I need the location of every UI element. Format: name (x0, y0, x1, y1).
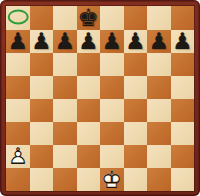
square-e5[interactable] (100, 76, 124, 99)
black-pawn[interactable]: ♟ (53, 30, 77, 53)
square-b5[interactable] (30, 76, 54, 99)
square-b3[interactable] (30, 122, 54, 145)
square-f1[interactable] (124, 168, 148, 191)
square-f6[interactable] (124, 53, 148, 76)
square-a5[interactable] (6, 76, 30, 99)
square-c2[interactable] (53, 145, 77, 168)
square-h8[interactable] (171, 6, 195, 30)
black-pawn[interactable]: ♟ (30, 30, 54, 53)
annotation-circle-a8 (7, 9, 28, 24)
square-h7[interactable]: ♟ (171, 30, 195, 53)
square-a1[interactable] (6, 168, 30, 191)
square-e3[interactable] (100, 122, 124, 145)
square-f3[interactable] (124, 122, 148, 145)
white-pawn[interactable]: ♟♙ (6, 145, 30, 168)
square-d7[interactable]: ♟ (77, 30, 101, 53)
square-e7[interactable]: ♟ (100, 30, 124, 53)
square-f4[interactable] (124, 99, 148, 122)
square-b1[interactable] (30, 168, 54, 191)
chess-board: ♚♟♟♟♟♟♟♟♟♟♙♚♔ (6, 6, 194, 191)
square-d5[interactable] (77, 76, 101, 99)
square-b8[interactable] (30, 6, 54, 30)
square-g2[interactable] (147, 145, 171, 168)
square-d4[interactable] (77, 99, 101, 122)
square-f8[interactable] (124, 6, 148, 30)
square-h5[interactable] (171, 76, 195, 99)
square-b4[interactable] (30, 99, 54, 122)
square-e1[interactable]: ♚♔ (100, 168, 124, 191)
square-g7[interactable]: ♟ (147, 30, 171, 53)
white-pawn-outline: ♙ (6, 145, 30, 168)
white-king[interactable]: ♚♔ (100, 168, 124, 191)
square-f2[interactable] (124, 145, 148, 168)
square-h4[interactable] (171, 99, 195, 122)
square-h3[interactable] (171, 122, 195, 145)
square-b7[interactable]: ♟ (30, 30, 54, 53)
black-king[interactable]: ♚ (77, 6, 101, 30)
black-pawn[interactable]: ♟ (100, 30, 124, 53)
black-pawn[interactable]: ♟ (77, 30, 101, 53)
square-c5[interactable] (53, 76, 77, 99)
square-d1[interactable] (77, 168, 101, 191)
square-h6[interactable] (171, 53, 195, 76)
square-a8[interactable] (6, 6, 30, 30)
black-pawn[interactable]: ♟ (124, 30, 148, 53)
square-e4[interactable] (100, 99, 124, 122)
square-d2[interactable] (77, 145, 101, 168)
square-c3[interactable] (53, 122, 77, 145)
chess-board-frame: ♚♟♟♟♟♟♟♟♟♟♙♚♔ (0, 0, 200, 196)
square-h2[interactable] (171, 145, 195, 168)
square-d6[interactable] (77, 53, 101, 76)
square-d8[interactable]: ♚ (77, 6, 101, 30)
square-h1[interactable] (171, 168, 195, 191)
square-b6[interactable] (30, 53, 54, 76)
square-c8[interactable] (53, 6, 77, 30)
square-g5[interactable] (147, 76, 171, 99)
black-pawn[interactable]: ♟ (171, 30, 195, 53)
square-a4[interactable] (6, 99, 30, 122)
square-f5[interactable] (124, 76, 148, 99)
square-f7[interactable]: ♟ (124, 30, 148, 53)
black-pawn[interactable]: ♟ (147, 30, 171, 53)
square-c1[interactable] (53, 168, 77, 191)
black-pawn[interactable]: ♟ (6, 30, 30, 53)
white-king-outline: ♔ (100, 168, 124, 191)
square-c4[interactable] (53, 99, 77, 122)
square-c6[interactable] (53, 53, 77, 76)
square-a2[interactable]: ♟♙ (6, 145, 30, 168)
square-b2[interactable] (30, 145, 54, 168)
square-g8[interactable] (147, 6, 171, 30)
square-g4[interactable] (147, 99, 171, 122)
square-a7[interactable]: ♟ (6, 30, 30, 53)
square-d3[interactable] (77, 122, 101, 145)
square-e8[interactable] (100, 6, 124, 30)
square-g1[interactable] (147, 168, 171, 191)
square-g3[interactable] (147, 122, 171, 145)
square-a3[interactable] (6, 122, 30, 145)
square-g6[interactable] (147, 53, 171, 76)
square-a6[interactable] (6, 53, 30, 76)
square-e6[interactable] (100, 53, 124, 76)
square-e2[interactable] (100, 145, 124, 168)
square-c7[interactable]: ♟ (53, 30, 77, 53)
